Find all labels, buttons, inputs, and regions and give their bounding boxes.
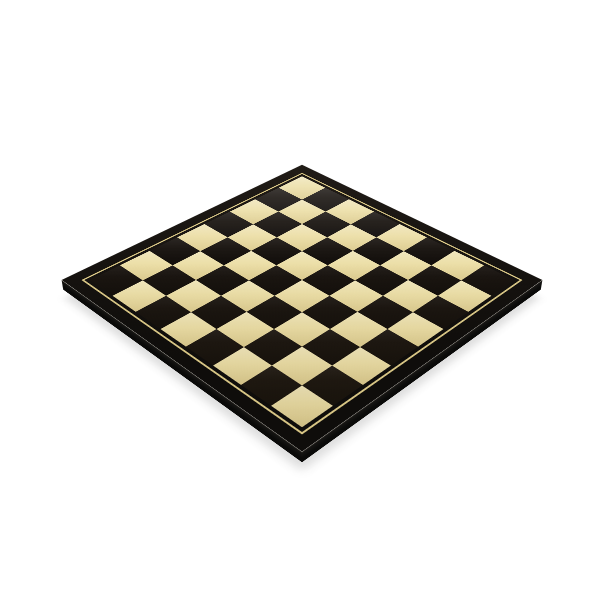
dark-square: [186, 329, 244, 366]
light-square: [274, 312, 331, 347]
light-square: [275, 280, 329, 312]
light-square: [112, 280, 166, 312]
light-square: [387, 312, 444, 347]
light-square: [217, 312, 274, 347]
light-square: [271, 385, 334, 427]
light-square: [213, 347, 272, 385]
light-square: [221, 280, 275, 312]
dark-square: [357, 296, 412, 329]
checker-grid: [90, 176, 514, 427]
dark-square: [244, 329, 302, 366]
light-square: [329, 280, 383, 312]
product-photo: [0, 0, 600, 600]
light-square: [272, 347, 331, 385]
board-top-face: [62, 165, 543, 452]
light-square: [330, 312, 387, 347]
dark-square: [241, 365, 302, 405]
light-square: [383, 280, 437, 312]
light-square: [160, 312, 217, 347]
dark-square: [191, 296, 246, 329]
light-square: [166, 280, 220, 312]
dark-square: [302, 329, 360, 366]
dark-square: [360, 329, 418, 366]
dark-square: [247, 296, 302, 329]
dark-square: [302, 365, 363, 405]
dark-square: [136, 296, 191, 329]
dark-square: [302, 296, 357, 329]
dark-square: [413, 296, 468, 329]
light-square: [438, 280, 492, 312]
chess-board: [62, 165, 543, 452]
light-square: [332, 347, 391, 385]
